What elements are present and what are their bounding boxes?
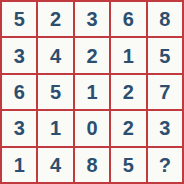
grid-cell-r2c3: 2 [75, 38, 109, 72]
grid-cell-r2c2: 4 [38, 38, 72, 72]
grid-cell-r4c5: 3 [148, 111, 182, 145]
grid-cell-r4c2: 1 [38, 111, 72, 145]
grid-cell-r3c1: 6 [2, 75, 36, 109]
grid-cell-r4c1: 3 [2, 111, 36, 145]
grid-cell-r1c2: 2 [38, 2, 72, 36]
grid-cell-r3c2: 5 [38, 75, 72, 109]
grid-cell-missing-r5c5: ? [148, 148, 182, 182]
grid-cell-r1c3: 3 [75, 2, 109, 36]
grid-cell-r3c5: 7 [148, 75, 182, 109]
grid-cell-r2c5: 5 [148, 38, 182, 72]
grid-cell-r5c4: 5 [111, 148, 145, 182]
grid-cell-r1c4: 6 [111, 2, 145, 36]
puzzle-grid: 523683421565127310231485? [0, 0, 184, 184]
grid-cell-r5c2: 4 [38, 148, 72, 182]
grid-cell-r3c4: 2 [111, 75, 145, 109]
grid-cell-r5c3: 8 [75, 148, 109, 182]
grid-cell-r4c3: 0 [75, 111, 109, 145]
grid-cell-r4c4: 2 [111, 111, 145, 145]
grid-cell-r1c1: 5 [2, 2, 36, 36]
grid-cell-r5c1: 1 [2, 148, 36, 182]
grid-cell-r2c4: 1 [111, 38, 145, 72]
grid-cell-r1c5: 8 [148, 2, 182, 36]
grid-cell-r3c3: 1 [75, 75, 109, 109]
grid-cell-r2c1: 3 [2, 38, 36, 72]
